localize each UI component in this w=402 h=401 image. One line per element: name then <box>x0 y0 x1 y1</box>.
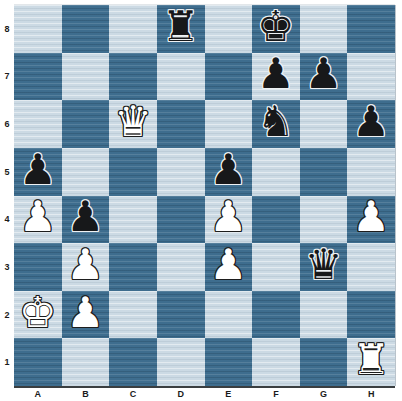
square-d2[interactable] <box>157 291 205 339</box>
file-label-h: H <box>347 387 395 401</box>
square-g6[interactable] <box>300 100 348 148</box>
square-b8[interactable] <box>62 5 110 53</box>
chess-diagram: 87654321 ♜♚♟♟♛♞♟♟♟♟♟♟♟♟♟♛♚♟♜ ABCDEFGH <box>0 0 402 401</box>
square-c4[interactable] <box>109 196 157 244</box>
square-a2[interactable]: ♚ <box>14 291 62 339</box>
square-d3[interactable] <box>157 243 205 291</box>
rank-label-3: 3 <box>0 243 14 291</box>
square-g7[interactable]: ♟ <box>300 53 348 101</box>
rank-label-1: 1 <box>0 338 14 386</box>
rank-label-2: 2 <box>0 291 14 339</box>
piece-white-rook-h1[interactable]: ♜ <box>352 339 390 381</box>
file-labels: ABCDEFGH <box>14 387 395 401</box>
file-label-d: D <box>157 387 205 401</box>
square-d5[interactable] <box>157 148 205 196</box>
piece-black-rook-d8[interactable]: ♜ <box>162 6 200 48</box>
square-g4[interactable] <box>300 196 348 244</box>
square-e8[interactable] <box>205 5 253 53</box>
square-f4[interactable] <box>252 196 300 244</box>
square-c8[interactable] <box>109 5 157 53</box>
square-a6[interactable] <box>14 100 62 148</box>
square-d4[interactable] <box>157 196 205 244</box>
square-h6[interactable]: ♟ <box>347 100 395 148</box>
square-e3[interactable]: ♟ <box>205 243 253 291</box>
piece-white-pawn-h4[interactable]: ♟ <box>352 196 390 238</box>
square-e4[interactable]: ♟ <box>205 196 253 244</box>
piece-black-pawn-f7[interactable]: ♟ <box>257 53 295 95</box>
square-a3[interactable] <box>14 243 62 291</box>
square-b7[interactable] <box>62 53 110 101</box>
square-g2[interactable] <box>300 291 348 339</box>
piece-white-pawn-b2[interactable]: ♟ <box>67 292 105 334</box>
file-label-a: A <box>14 387 62 401</box>
file-label-b: B <box>62 387 110 401</box>
square-e5[interactable]: ♟ <box>205 148 253 196</box>
square-d8[interactable]: ♜ <box>157 5 205 53</box>
square-e7[interactable] <box>205 53 253 101</box>
square-f3[interactable] <box>252 243 300 291</box>
square-h2[interactable] <box>347 291 395 339</box>
square-g1[interactable] <box>300 338 348 386</box>
square-c3[interactable] <box>109 243 157 291</box>
square-d1[interactable] <box>157 338 205 386</box>
piece-black-queen-g3[interactable]: ♛ <box>305 244 343 286</box>
square-h3[interactable] <box>347 243 395 291</box>
square-a1[interactable] <box>14 338 62 386</box>
square-d7[interactable] <box>157 53 205 101</box>
rank-label-7: 7 <box>0 53 14 101</box>
square-a5[interactable]: ♟ <box>14 148 62 196</box>
square-h7[interactable] <box>347 53 395 101</box>
piece-white-pawn-a4[interactable]: ♟ <box>19 196 57 238</box>
square-a8[interactable] <box>14 5 62 53</box>
piece-white-queen-c6[interactable]: ♛ <box>114 101 152 143</box>
square-b1[interactable] <box>62 338 110 386</box>
square-b4[interactable]: ♟ <box>62 196 110 244</box>
file-label-g: G <box>300 387 348 401</box>
piece-black-pawn-a5[interactable]: ♟ <box>19 149 57 191</box>
square-b5[interactable] <box>62 148 110 196</box>
square-c2[interactable] <box>109 291 157 339</box>
square-b6[interactable] <box>62 100 110 148</box>
rank-labels: 87654321 <box>0 5 14 386</box>
square-c5[interactable] <box>109 148 157 196</box>
piece-black-king-f8[interactable]: ♚ <box>257 6 295 48</box>
square-g8[interactable] <box>300 5 348 53</box>
piece-white-pawn-b3[interactable]: ♟ <box>67 244 105 286</box>
square-e2[interactable] <box>205 291 253 339</box>
square-f1[interactable] <box>252 338 300 386</box>
square-b2[interactable]: ♟ <box>62 291 110 339</box>
piece-black-pawn-e5[interactable]: ♟ <box>209 149 247 191</box>
square-d6[interactable] <box>157 100 205 148</box>
square-f8[interactable]: ♚ <box>252 5 300 53</box>
rank-label-8: 8 <box>0 5 14 53</box>
square-c6[interactable]: ♛ <box>109 100 157 148</box>
square-f6[interactable]: ♞ <box>252 100 300 148</box>
square-a4[interactable]: ♟ <box>14 196 62 244</box>
piece-black-knight-f6[interactable]: ♞ <box>257 101 295 143</box>
piece-black-pawn-g7[interactable]: ♟ <box>305 53 343 95</box>
chess-board: ♜♚♟♟♛♞♟♟♟♟♟♟♟♟♟♛♚♟♜ <box>14 5 395 386</box>
square-f7[interactable]: ♟ <box>252 53 300 101</box>
square-h1[interactable]: ♜ <box>347 338 395 386</box>
square-h5[interactable] <box>347 148 395 196</box>
piece-white-pawn-e4[interactable]: ♟ <box>209 196 247 238</box>
file-label-c: C <box>109 387 157 401</box>
square-h4[interactable]: ♟ <box>347 196 395 244</box>
file-label-e: E <box>205 387 253 401</box>
rank-label-4: 4 <box>0 196 14 244</box>
square-c1[interactable] <box>109 338 157 386</box>
piece-black-pawn-b4[interactable]: ♟ <box>67 196 105 238</box>
square-f2[interactable] <box>252 291 300 339</box>
piece-black-pawn-h6[interactable]: ♟ <box>352 101 390 143</box>
square-e6[interactable] <box>205 100 253 148</box>
square-f5[interactable] <box>252 148 300 196</box>
piece-white-king-a2[interactable]: ♚ <box>19 292 57 334</box>
rank-label-5: 5 <box>0 148 14 196</box>
square-a7[interactable] <box>14 53 62 101</box>
square-g3[interactable]: ♛ <box>300 243 348 291</box>
piece-white-pawn-e3[interactable]: ♟ <box>209 244 247 286</box>
file-label-f: F <box>252 387 300 401</box>
square-e1[interactable] <box>205 338 253 386</box>
rank-label-6: 6 <box>0 100 14 148</box>
square-h8[interactable] <box>347 5 395 53</box>
square-c7[interactable] <box>109 53 157 101</box>
square-g5[interactable] <box>300 148 348 196</box>
square-b3[interactable]: ♟ <box>62 243 110 291</box>
